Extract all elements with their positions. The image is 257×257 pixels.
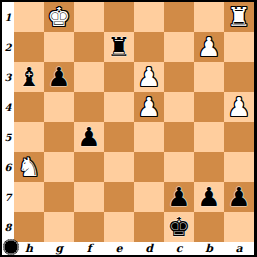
- file-label-a: a: [224, 242, 254, 255]
- square-d5[interactable]: [134, 122, 164, 152]
- square-c8[interactable]: ♚: [164, 212, 194, 242]
- square-g8[interactable]: [44, 212, 74, 242]
- square-h3[interactable]: ♝: [14, 62, 44, 92]
- rank-label-8: 8: [2, 212, 14, 242]
- square-a5[interactable]: [224, 122, 254, 152]
- square-a8[interactable]: [224, 212, 254, 242]
- black-king: ♚: [164, 212, 194, 242]
- square-a4[interactable]: ♟: [224, 92, 254, 122]
- square-e6[interactable]: [104, 152, 134, 182]
- white-pawn: ♟: [134, 62, 164, 92]
- square-d2[interactable]: [134, 32, 164, 62]
- black-bishop: ♝: [14, 62, 44, 92]
- square-d4[interactable]: ♟: [134, 92, 164, 122]
- square-b7[interactable]: ♟: [194, 182, 224, 212]
- square-a6[interactable]: [224, 152, 254, 182]
- square-c2[interactable]: [164, 32, 194, 62]
- square-g1[interactable]: ♚: [44, 2, 74, 32]
- rank-label-5: 5: [2, 122, 14, 152]
- square-a7[interactable]: ♟: [224, 182, 254, 212]
- file-label-b: b: [194, 242, 224, 255]
- square-d7[interactable]: [134, 182, 164, 212]
- square-h5[interactable]: [14, 122, 44, 152]
- square-c4[interactable]: [164, 92, 194, 122]
- black-rook: ♜: [104, 32, 134, 62]
- square-h7[interactable]: [14, 182, 44, 212]
- square-g7[interactable]: [44, 182, 74, 212]
- square-e3[interactable]: [104, 62, 134, 92]
- black-pawn: ♟: [164, 182, 194, 212]
- square-c7[interactable]: ♟: [164, 182, 194, 212]
- black-to-move-indicator: [3, 239, 19, 255]
- black-pawn: ♟: [74, 122, 104, 152]
- square-e5[interactable]: [104, 122, 134, 152]
- chess-board: ♚♜♜♟♝♟♟♟♟♟♞♟♟♟♚: [14, 2, 254, 242]
- square-e1[interactable]: [104, 2, 134, 32]
- square-f6[interactable]: [74, 152, 104, 182]
- square-e8[interactable]: [104, 212, 134, 242]
- square-a1[interactable]: ♜: [224, 2, 254, 32]
- file-label-f: f: [74, 242, 104, 255]
- square-a2[interactable]: [224, 32, 254, 62]
- rank-label-3: 3: [2, 62, 14, 92]
- square-f2[interactable]: [74, 32, 104, 62]
- square-f1[interactable]: [74, 2, 104, 32]
- square-g4[interactable]: [44, 92, 74, 122]
- white-pawn: ♟: [194, 32, 224, 62]
- square-c5[interactable]: [164, 122, 194, 152]
- square-d8[interactable]: [134, 212, 164, 242]
- square-f8[interactable]: [74, 212, 104, 242]
- square-d1[interactable]: [134, 2, 164, 32]
- square-h4[interactable]: [14, 92, 44, 122]
- square-b6[interactable]: [194, 152, 224, 182]
- white-rook: ♜: [224, 2, 254, 32]
- square-f3[interactable]: [74, 62, 104, 92]
- square-g6[interactable]: [44, 152, 74, 182]
- white-king: ♚: [44, 2, 74, 32]
- black-pawn: ♟: [194, 182, 224, 212]
- square-g3[interactable]: ♟: [44, 62, 74, 92]
- rank-label-7: 7: [2, 182, 14, 212]
- rank-label-4: 4: [2, 92, 14, 122]
- square-c3[interactable]: [164, 62, 194, 92]
- square-a3[interactable]: [224, 62, 254, 92]
- rank-label-2: 2: [2, 32, 14, 62]
- white-pawn: ♟: [134, 92, 164, 122]
- square-g5[interactable]: [44, 122, 74, 152]
- file-label-c: c: [164, 242, 194, 255]
- square-h8[interactable]: [14, 212, 44, 242]
- white-knight: ♞: [14, 152, 44, 182]
- file-label-g: g: [44, 242, 74, 255]
- square-b2[interactable]: ♟: [194, 32, 224, 62]
- rank-labels: 12345678: [2, 2, 14, 242]
- square-h1[interactable]: [14, 2, 44, 32]
- square-f4[interactable]: [74, 92, 104, 122]
- square-c1[interactable]: [164, 2, 194, 32]
- chess-diagram: 12345678 ♚♜♜♟♝♟♟♟♟♟♞♟♟♟♚ hgfedcba: [0, 0, 257, 257]
- square-f5[interactable]: ♟: [74, 122, 104, 152]
- black-pawn: ♟: [44, 62, 74, 92]
- square-b1[interactable]: [194, 2, 224, 32]
- file-label-d: d: [134, 242, 164, 255]
- square-g2[interactable]: [44, 32, 74, 62]
- rank-label-1: 1: [2, 2, 14, 32]
- square-e4[interactable]: [104, 92, 134, 122]
- square-h2[interactable]: [14, 32, 44, 62]
- square-e2[interactable]: ♜: [104, 32, 134, 62]
- rank-label-6: 6: [2, 152, 14, 182]
- white-pawn: ♟: [224, 92, 254, 122]
- square-b8[interactable]: [194, 212, 224, 242]
- square-b3[interactable]: [194, 62, 224, 92]
- square-e7[interactable]: [104, 182, 134, 212]
- black-pawn: ♟: [224, 182, 254, 212]
- square-d3[interactable]: ♟: [134, 62, 164, 92]
- file-labels: hgfedcba: [14, 242, 254, 255]
- square-b5[interactable]: [194, 122, 224, 152]
- square-c6[interactable]: [164, 152, 194, 182]
- square-h6[interactable]: ♞: [14, 152, 44, 182]
- square-f7[interactable]: [74, 182, 104, 212]
- square-d6[interactable]: [134, 152, 164, 182]
- file-label-e: e: [104, 242, 134, 255]
- square-b4[interactable]: [194, 92, 224, 122]
